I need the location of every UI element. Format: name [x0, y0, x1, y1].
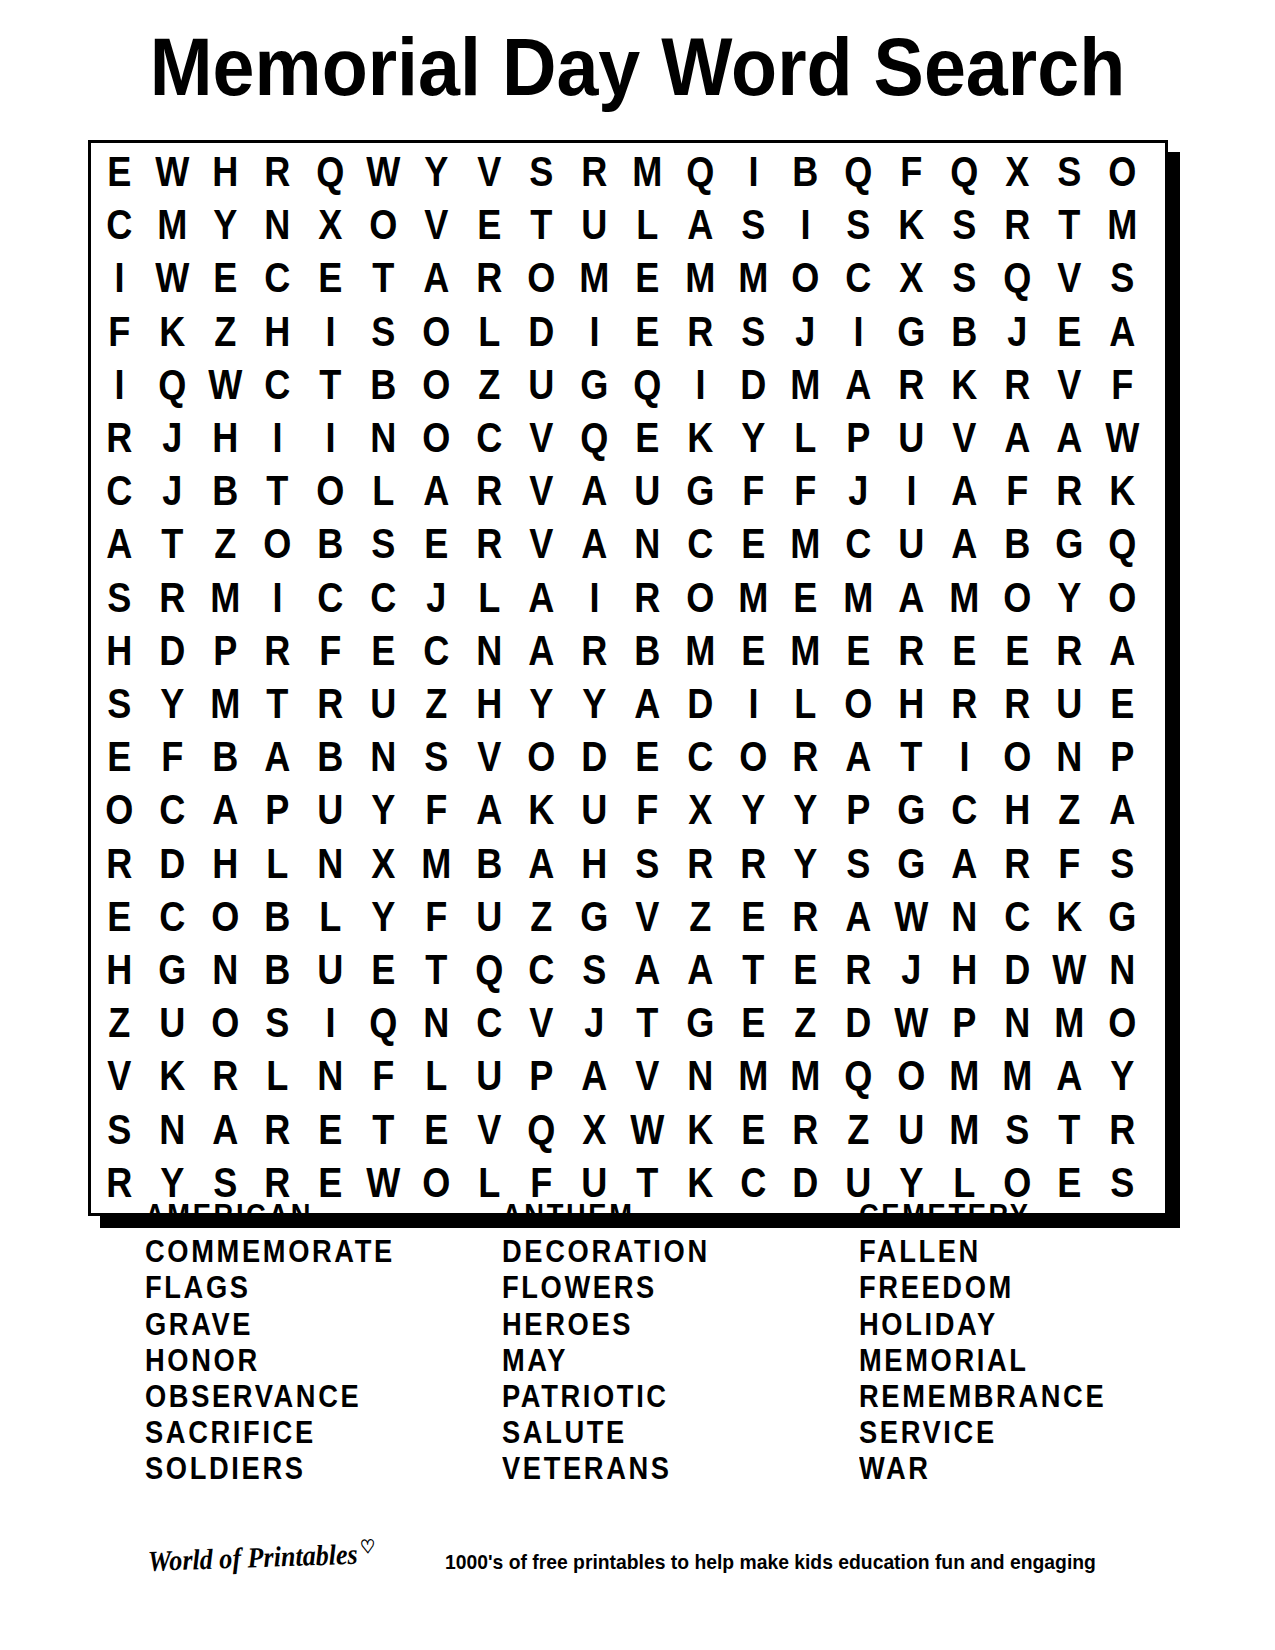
grid-cell[interactable]: U: [150, 996, 194, 1049]
grid-cell[interactable]: C: [836, 251, 880, 304]
grid-cell[interactable]: H: [942, 943, 986, 996]
grid-cell[interactable]: O: [836, 677, 880, 730]
grid-cell[interactable]: S: [97, 571, 141, 624]
grid-cell[interactable]: I: [836, 305, 880, 358]
grid-cell[interactable]: C: [308, 571, 352, 624]
grid-cell[interactable]: C: [97, 464, 141, 517]
grid-cell[interactable]: B: [361, 358, 405, 411]
grid-cell[interactable]: R: [467, 517, 511, 570]
grid-cell[interactable]: K: [678, 411, 722, 464]
grid-cell[interactable]: X: [361, 837, 405, 890]
grid-cell[interactable]: T: [361, 251, 405, 304]
grid-cell[interactable]: E: [1048, 305, 1092, 358]
grid-cell[interactable]: A: [256, 730, 300, 783]
grid-cell[interactable]: R: [784, 890, 828, 943]
grid-cell[interactable]: F: [731, 464, 775, 517]
grid-cell[interactable]: S: [361, 305, 405, 358]
grid-cell[interactable]: E: [625, 730, 669, 783]
grid-cell[interactable]: S: [942, 198, 986, 251]
grid-cell[interactable]: Q: [520, 1103, 564, 1156]
grid-cell[interactable]: T: [256, 464, 300, 517]
grid-cell[interactable]: R: [784, 1103, 828, 1156]
grid-cell[interactable]: Y: [784, 783, 828, 836]
grid-cell[interactable]: G: [889, 837, 933, 890]
grid-cell[interactable]: L: [308, 890, 352, 943]
grid-cell[interactable]: C: [678, 730, 722, 783]
grid-cell[interactable]: C: [995, 890, 1039, 943]
grid-cell[interactable]: Y: [150, 677, 194, 730]
grid-cell[interactable]: H: [995, 783, 1039, 836]
grid-cell[interactable]: N: [361, 730, 405, 783]
grid-cell[interactable]: R: [942, 677, 986, 730]
grid-cell[interactable]: U: [572, 198, 616, 251]
grid-cell[interactable]: A: [1100, 783, 1144, 836]
grid-cell[interactable]: I: [308, 305, 352, 358]
grid-cell[interactable]: H: [256, 305, 300, 358]
grid-cell[interactable]: G: [889, 305, 933, 358]
grid-cell[interactable]: E: [97, 145, 141, 198]
grid-cell[interactable]: R: [467, 251, 511, 304]
grid-cell[interactable]: E: [467, 198, 511, 251]
grid-cell[interactable]: D: [520, 305, 564, 358]
grid-cell[interactable]: R: [995, 358, 1039, 411]
grid-cell[interactable]: R: [97, 411, 141, 464]
grid-cell[interactable]: Q: [836, 1049, 880, 1102]
grid-cell[interactable]: T: [414, 943, 458, 996]
grid-cell[interactable]: I: [942, 730, 986, 783]
grid-cell[interactable]: I: [731, 677, 775, 730]
grid-cell[interactable]: R: [889, 624, 933, 677]
grid-cell[interactable]: E: [414, 1103, 458, 1156]
grid-cell[interactable]: G: [678, 996, 722, 1049]
grid-cell[interactable]: R: [203, 1049, 247, 1102]
grid-cell[interactable]: A: [572, 464, 616, 517]
grid-cell[interactable]: M: [995, 1049, 1039, 1102]
grid-cell[interactable]: M: [203, 677, 247, 730]
grid-cell[interactable]: T: [889, 730, 933, 783]
grid-cell[interactable]: F: [1100, 358, 1144, 411]
grid-cell[interactable]: P: [836, 411, 880, 464]
grid-cell[interactable]: N: [1048, 730, 1092, 783]
grid-cell[interactable]: Y: [361, 783, 405, 836]
grid-cell[interactable]: S: [942, 251, 986, 304]
grid-cell[interactable]: C: [414, 624, 458, 677]
grid-cell[interactable]: B: [203, 730, 247, 783]
grid-cell[interactable]: S: [97, 677, 141, 730]
grid-cell[interactable]: A: [836, 358, 880, 411]
grid-cell[interactable]: B: [203, 464, 247, 517]
grid-cell[interactable]: A: [1100, 624, 1144, 677]
grid-cell[interactable]: J: [995, 305, 1039, 358]
grid-cell[interactable]: R: [995, 677, 1039, 730]
grid-cell[interactable]: R: [784, 730, 828, 783]
grid-cell[interactable]: Y: [414, 145, 458, 198]
grid-cell[interactable]: A: [520, 837, 564, 890]
grid-cell[interactable]: M: [150, 198, 194, 251]
grid-cell[interactable]: H: [572, 837, 616, 890]
grid-cell[interactable]: O: [361, 198, 405, 251]
grid-cell[interactable]: V: [520, 517, 564, 570]
grid-cell[interactable]: R: [97, 837, 141, 890]
grid-cell[interactable]: O: [256, 517, 300, 570]
grid-cell[interactable]: D: [150, 624, 194, 677]
grid-cell[interactable]: P: [520, 1049, 564, 1102]
grid-cell[interactable]: C: [256, 358, 300, 411]
grid-cell[interactable]: F: [1048, 837, 1092, 890]
grid-cell[interactable]: C: [361, 571, 405, 624]
grid-cell[interactable]: N: [256, 198, 300, 251]
grid-cell[interactable]: T: [1048, 198, 1092, 251]
grid-cell[interactable]: W: [150, 145, 194, 198]
grid-cell[interactable]: O: [414, 411, 458, 464]
grid-cell[interactable]: X: [678, 783, 722, 836]
grid-cell[interactable]: Q: [361, 996, 405, 1049]
grid-cell[interactable]: D: [150, 837, 194, 890]
grid-cell[interactable]: A: [572, 517, 616, 570]
grid-cell[interactable]: O: [1100, 571, 1144, 624]
grid-cell[interactable]: X: [889, 251, 933, 304]
grid-cell[interactable]: A: [836, 730, 880, 783]
grid-cell[interactable]: J: [150, 411, 194, 464]
grid-cell[interactable]: U: [889, 1103, 933, 1156]
grid-cell[interactable]: W: [625, 1103, 669, 1156]
grid-cell[interactable]: Y: [731, 411, 775, 464]
grid-cell[interactable]: A: [942, 464, 986, 517]
grid-cell[interactable]: J: [414, 571, 458, 624]
grid-cell[interactable]: E: [625, 411, 669, 464]
grid-cell[interactable]: D: [836, 996, 880, 1049]
grid-cell[interactable]: T: [308, 358, 352, 411]
grid-cell[interactable]: R: [836, 943, 880, 996]
grid-cell[interactable]: D: [572, 730, 616, 783]
grid-cell[interactable]: Z: [678, 890, 722, 943]
grid-cell[interactable]: F: [414, 783, 458, 836]
grid-cell[interactable]: S: [731, 305, 775, 358]
grid-cell[interactable]: L: [625, 198, 669, 251]
grid-cell[interactable]: W: [150, 251, 194, 304]
grid-cell[interactable]: E: [995, 624, 1039, 677]
grid-cell[interactable]: A: [836, 890, 880, 943]
grid-cell[interactable]: E: [203, 251, 247, 304]
grid-cell[interactable]: N: [625, 517, 669, 570]
grid-cell[interactable]: R: [678, 837, 722, 890]
grid-cell[interactable]: C: [678, 517, 722, 570]
grid-cell[interactable]: N: [414, 996, 458, 1049]
grid-cell[interactable]: B: [784, 145, 828, 198]
grid-cell[interactable]: P: [942, 996, 986, 1049]
grid-cell[interactable]: U: [361, 677, 405, 730]
grid-cell[interactable]: C: [467, 411, 511, 464]
grid-cell[interactable]: A: [203, 1103, 247, 1156]
grid-cell[interactable]: A: [942, 837, 986, 890]
grid-cell[interactable]: T: [361, 1103, 405, 1156]
grid-cell[interactable]: U: [572, 783, 616, 836]
grid-cell[interactable]: E: [625, 305, 669, 358]
grid-cell[interactable]: L: [256, 1049, 300, 1102]
grid-cell[interactable]: A: [1048, 411, 1092, 464]
grid-cell[interactable]: U: [467, 1049, 511, 1102]
grid-cell[interactable]: T: [150, 517, 194, 570]
grid-cell[interactable]: B: [995, 517, 1039, 570]
grid-cell[interactable]: Y: [1048, 571, 1092, 624]
grid-cell[interactable]: R: [150, 571, 194, 624]
grid-cell[interactable]: U: [1048, 677, 1092, 730]
grid-cell[interactable]: O: [1100, 145, 1144, 198]
grid-cell[interactable]: O: [203, 890, 247, 943]
grid-cell[interactable]: R: [995, 198, 1039, 251]
grid-cell[interactable]: V: [97, 1049, 141, 1102]
grid-cell[interactable]: V: [942, 411, 986, 464]
grid-cell[interactable]: N: [308, 837, 352, 890]
grid-cell[interactable]: E: [731, 1103, 775, 1156]
grid-cell[interactable]: Y: [361, 890, 405, 943]
grid-cell[interactable]: N: [150, 1103, 194, 1156]
grid-cell[interactable]: X: [572, 1103, 616, 1156]
grid-cell[interactable]: T: [1048, 1103, 1092, 1156]
grid-cell[interactable]: V: [467, 1103, 511, 1156]
grid-cell[interactable]: R: [256, 624, 300, 677]
grid-cell[interactable]: W: [1048, 943, 1092, 996]
grid-cell[interactable]: K: [942, 358, 986, 411]
grid-cell[interactable]: E: [97, 890, 141, 943]
grid-cell[interactable]: W: [889, 890, 933, 943]
grid-cell[interactable]: M: [731, 251, 775, 304]
grid-cell[interactable]: C: [256, 251, 300, 304]
grid-cell[interactable]: R: [625, 571, 669, 624]
grid-cell[interactable]: A: [942, 517, 986, 570]
grid-cell[interactable]: U: [889, 411, 933, 464]
grid-cell[interactable]: Q: [467, 943, 511, 996]
grid-cell[interactable]: X: [995, 145, 1039, 198]
grid-cell[interactable]: O: [520, 730, 564, 783]
grid-cell[interactable]: Z: [520, 890, 564, 943]
grid-cell[interactable]: S: [836, 198, 880, 251]
grid-cell[interactable]: Y: [203, 198, 247, 251]
grid-cell[interactable]: S: [414, 730, 458, 783]
grid-cell[interactable]: J: [836, 464, 880, 517]
grid-cell[interactable]: H: [889, 677, 933, 730]
grid-cell[interactable]: A: [414, 251, 458, 304]
grid-cell[interactable]: H: [203, 411, 247, 464]
grid-cell[interactable]: D: [995, 943, 1039, 996]
grid-cell[interactable]: V: [1048, 251, 1092, 304]
grid-cell[interactable]: W: [203, 358, 247, 411]
grid-cell[interactable]: O: [414, 358, 458, 411]
grid-cell[interactable]: O: [731, 730, 775, 783]
grid-cell[interactable]: U: [308, 943, 352, 996]
grid-cell[interactable]: R: [1048, 624, 1092, 677]
grid-cell[interactable]: N: [203, 943, 247, 996]
grid-cell[interactable]: E: [97, 730, 141, 783]
grid-cell[interactable]: G: [678, 464, 722, 517]
grid-cell[interactable]: Y: [520, 677, 564, 730]
grid-cell[interactable]: W: [1100, 411, 1144, 464]
grid-cell[interactable]: I: [97, 358, 141, 411]
grid-cell[interactable]: F: [625, 783, 669, 836]
grid-cell[interactable]: F: [308, 624, 352, 677]
grid-cell[interactable]: E: [731, 517, 775, 570]
grid-cell[interactable]: G: [150, 943, 194, 996]
grid-cell[interactable]: H: [203, 837, 247, 890]
grid-cell[interactable]: N: [467, 624, 511, 677]
grid-cell[interactable]: H: [97, 943, 141, 996]
grid-cell[interactable]: C: [150, 890, 194, 943]
grid-cell[interactable]: L: [256, 837, 300, 890]
grid-cell[interactable]: A: [889, 571, 933, 624]
grid-cell[interactable]: R: [678, 305, 722, 358]
grid-cell[interactable]: N: [942, 890, 986, 943]
grid-cell[interactable]: E: [414, 517, 458, 570]
grid-cell[interactable]: C: [520, 943, 564, 996]
grid-cell[interactable]: E: [731, 996, 775, 1049]
grid-cell[interactable]: M: [942, 571, 986, 624]
grid-cell[interactable]: S: [836, 837, 880, 890]
grid-cell[interactable]: O: [308, 464, 352, 517]
grid-cell[interactable]: A: [625, 677, 669, 730]
grid-cell[interactable]: F: [414, 890, 458, 943]
grid-cell[interactable]: I: [731, 145, 775, 198]
grid-cell[interactable]: O: [203, 996, 247, 1049]
grid-cell[interactable]: W: [361, 145, 405, 198]
grid-cell[interactable]: J: [572, 996, 616, 1049]
grid-cell[interactable]: S: [1100, 251, 1144, 304]
grid-cell[interactable]: N: [995, 996, 1039, 1049]
grid-cell[interactable]: H: [203, 145, 247, 198]
grid-cell[interactable]: I: [308, 411, 352, 464]
grid-cell[interactable]: S: [572, 943, 616, 996]
grid-cell[interactable]: Y: [731, 783, 775, 836]
grid-cell[interactable]: K: [1048, 890, 1092, 943]
grid-cell[interactable]: F: [784, 464, 828, 517]
grid-cell[interactable]: R: [1048, 464, 1092, 517]
grid-cell[interactable]: A: [572, 1049, 616, 1102]
grid-cell[interactable]: N: [361, 411, 405, 464]
grid-cell[interactable]: E: [308, 1103, 352, 1156]
grid-cell[interactable]: R: [731, 837, 775, 890]
grid-cell[interactable]: O: [784, 251, 828, 304]
grid-cell[interactable]: I: [678, 358, 722, 411]
grid-cell[interactable]: R: [256, 1103, 300, 1156]
grid-cell[interactable]: Z: [203, 517, 247, 570]
grid-cell[interactable]: P: [203, 624, 247, 677]
grid-cell[interactable]: R: [572, 145, 616, 198]
grid-cell[interactable]: F: [97, 305, 141, 358]
grid-cell[interactable]: Z: [203, 305, 247, 358]
grid-cell[interactable]: E: [784, 943, 828, 996]
grid-cell[interactable]: L: [784, 677, 828, 730]
grid-cell[interactable]: R: [308, 677, 352, 730]
grid-cell[interactable]: V: [625, 890, 669, 943]
grid-cell[interactable]: L: [361, 464, 405, 517]
grid-cell[interactable]: E: [308, 251, 352, 304]
grid-cell[interactable]: O: [1100, 996, 1144, 1049]
grid-cell[interactable]: V: [625, 1049, 669, 1102]
grid-cell[interactable]: T: [731, 943, 775, 996]
grid-cell[interactable]: A: [203, 783, 247, 836]
grid-cell[interactable]: I: [97, 251, 141, 304]
grid-cell[interactable]: Z: [97, 996, 141, 1049]
grid-cell[interactable]: O: [995, 730, 1039, 783]
grid-cell[interactable]: B: [256, 890, 300, 943]
grid-cell[interactable]: Z: [414, 677, 458, 730]
grid-cell[interactable]: A: [520, 571, 564, 624]
grid-cell[interactable]: F: [361, 1049, 405, 1102]
grid-cell[interactable]: V: [520, 411, 564, 464]
grid-cell[interactable]: B: [467, 837, 511, 890]
grid-cell[interactable]: O: [520, 251, 564, 304]
grid-cell[interactable]: Q: [1100, 517, 1144, 570]
grid-cell[interactable]: F: [995, 464, 1039, 517]
grid-cell[interactable]: B: [942, 305, 986, 358]
grid-cell[interactable]: C: [836, 517, 880, 570]
grid-cell[interactable]: G: [572, 358, 616, 411]
grid-cell[interactable]: H: [97, 624, 141, 677]
grid-cell[interactable]: S: [361, 517, 405, 570]
grid-cell[interactable]: M: [784, 1049, 828, 1102]
grid-cell[interactable]: L: [784, 411, 828, 464]
grid-cell[interactable]: M: [414, 837, 458, 890]
grid-cell[interactable]: M: [784, 358, 828, 411]
grid-cell[interactable]: M: [731, 571, 775, 624]
grid-cell[interactable]: M: [572, 251, 616, 304]
grid-cell[interactable]: R: [467, 464, 511, 517]
grid-cell[interactable]: S: [625, 837, 669, 890]
grid-cell[interactable]: B: [308, 730, 352, 783]
grid-cell[interactable]: J: [150, 464, 194, 517]
grid-cell[interactable]: U: [467, 890, 511, 943]
grid-cell[interactable]: J: [784, 305, 828, 358]
grid-cell[interactable]: I: [572, 305, 616, 358]
grid-cell[interactable]: P: [1100, 730, 1144, 783]
grid-cell[interactable]: S: [1100, 837, 1144, 890]
grid-cell[interactable]: V: [467, 730, 511, 783]
grid-cell[interactable]: Z: [836, 1103, 880, 1156]
grid-cell[interactable]: N: [1100, 943, 1144, 996]
grid-cell[interactable]: O: [995, 571, 1039, 624]
grid-cell[interactable]: E: [731, 890, 775, 943]
grid-cell[interactable]: Z: [467, 358, 511, 411]
grid-cell[interactable]: I: [256, 411, 300, 464]
grid-cell[interactable]: M: [678, 624, 722, 677]
grid-cell[interactable]: E: [361, 624, 405, 677]
grid-cell[interactable]: Q: [678, 145, 722, 198]
grid-cell[interactable]: T: [256, 677, 300, 730]
grid-cell[interactable]: R: [97, 1156, 141, 1209]
grid-cell[interactable]: M: [678, 251, 722, 304]
grid-cell[interactable]: M: [836, 571, 880, 624]
grid-cell[interactable]: U: [520, 358, 564, 411]
grid-cell[interactable]: R: [889, 358, 933, 411]
grid-cell[interactable]: E: [625, 251, 669, 304]
grid-cell[interactable]: Q: [308, 145, 352, 198]
grid-cell[interactable]: L: [467, 571, 511, 624]
grid-cell[interactable]: F: [150, 730, 194, 783]
grid-cell[interactable]: O: [97, 783, 141, 836]
grid-cell[interactable]: V: [520, 464, 564, 517]
grid-cell[interactable]: Q: [150, 358, 194, 411]
grid-cell[interactable]: E: [784, 571, 828, 624]
grid-cell[interactable]: L: [467, 305, 511, 358]
grid-cell[interactable]: C: [97, 198, 141, 251]
grid-cell[interactable]: I: [308, 996, 352, 1049]
grid-cell[interactable]: T: [625, 996, 669, 1049]
grid-cell[interactable]: K: [150, 1049, 194, 1102]
grid-cell[interactable]: R: [572, 624, 616, 677]
grid-cell[interactable]: W: [889, 996, 933, 1049]
grid-cell[interactable]: A: [1048, 1049, 1092, 1102]
grid-cell[interactable]: Y: [1100, 1049, 1144, 1102]
grid-cell[interactable]: Z: [784, 996, 828, 1049]
